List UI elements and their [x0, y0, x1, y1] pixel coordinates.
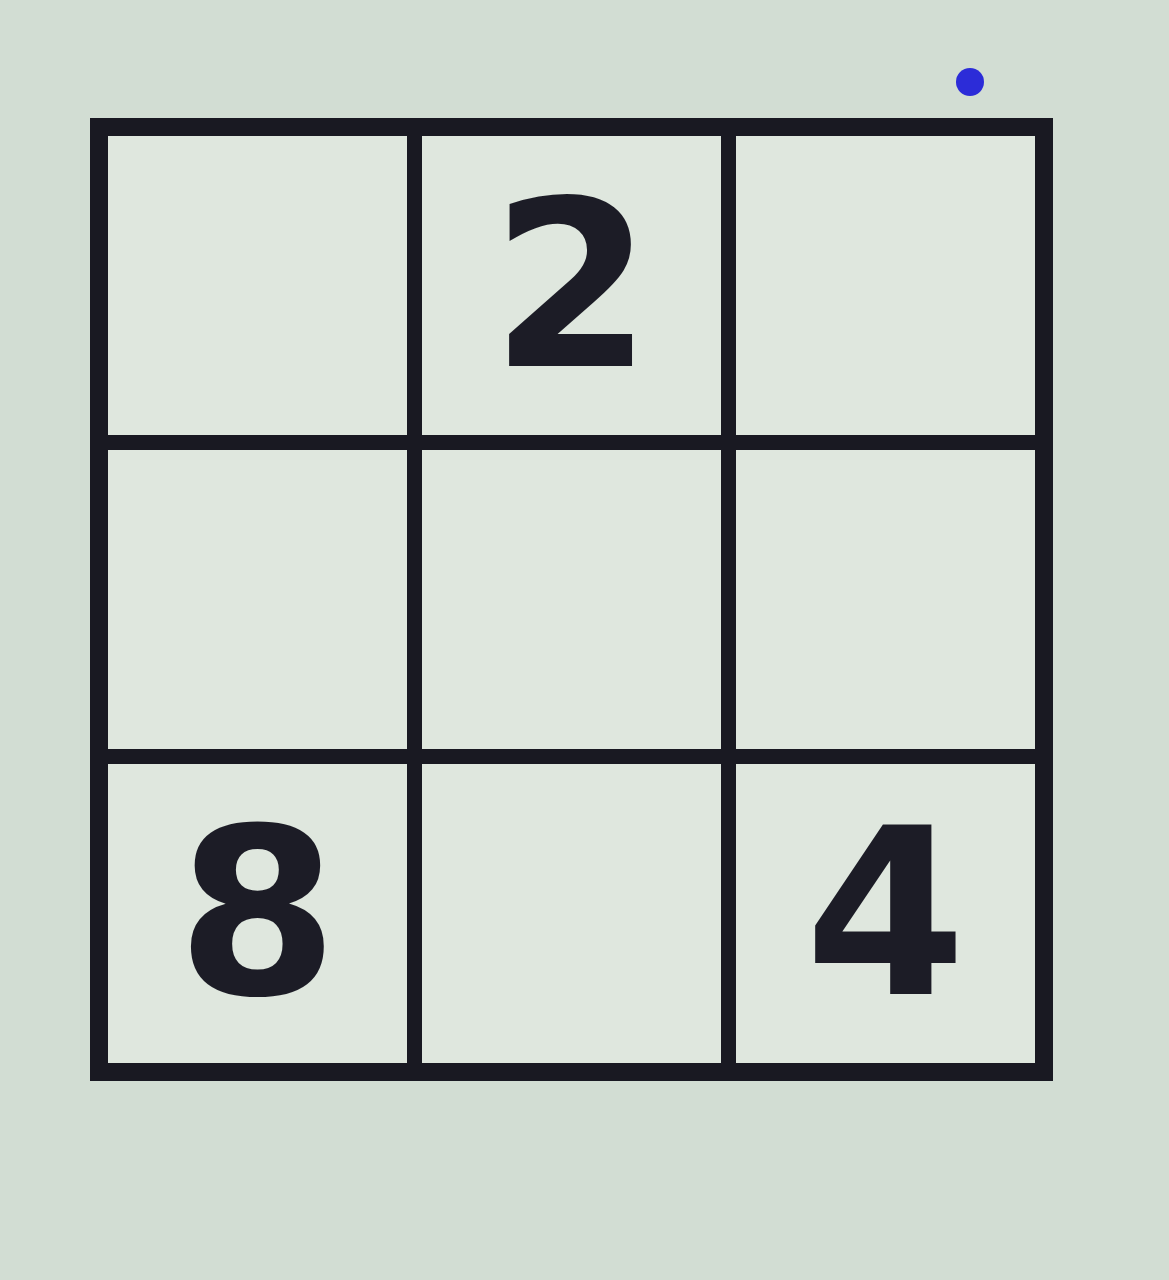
- page-background: 2 8 4: [0, 0, 1169, 1280]
- cell-r2c0[interactable]: 8: [108, 764, 407, 1063]
- cell-r1c2[interactable]: [736, 450, 1035, 749]
- cell-r1c0[interactable]: [108, 450, 407, 749]
- cell-r0c2[interactable]: [736, 136, 1035, 435]
- cell-r0c1[interactable]: 2: [422, 136, 721, 435]
- cell-r2c2[interactable]: 4: [736, 764, 1035, 1063]
- blue-dot-marker: [956, 68, 984, 96]
- cell-r2c1[interactable]: [422, 764, 721, 1063]
- puzzle-board: 2 8 4: [90, 118, 1053, 1081]
- cell-r0c0[interactable]: [108, 136, 407, 435]
- cell-r1c1[interactable]: [422, 450, 721, 749]
